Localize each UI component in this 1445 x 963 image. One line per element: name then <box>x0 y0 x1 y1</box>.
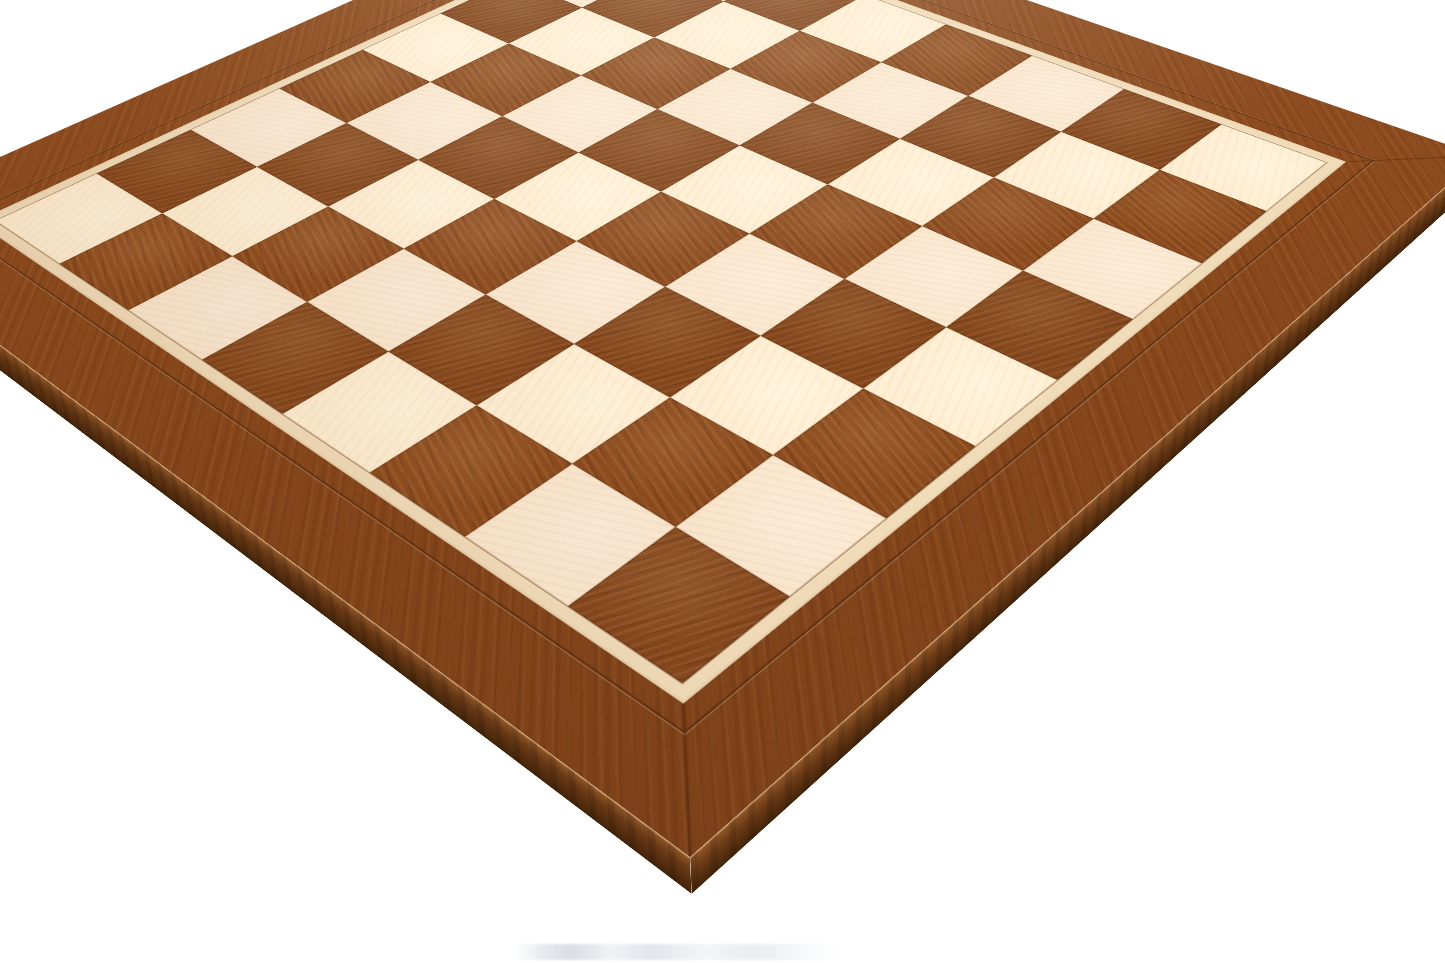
scene-3d <box>0 0 1445 963</box>
camera-tilt <box>0 0 1445 963</box>
board-top-face <box>0 0 1445 857</box>
photo-canvas <box>0 0 1445 963</box>
photo-artifact-smudge <box>515 944 835 960</box>
chessboard <box>0 0 1445 857</box>
